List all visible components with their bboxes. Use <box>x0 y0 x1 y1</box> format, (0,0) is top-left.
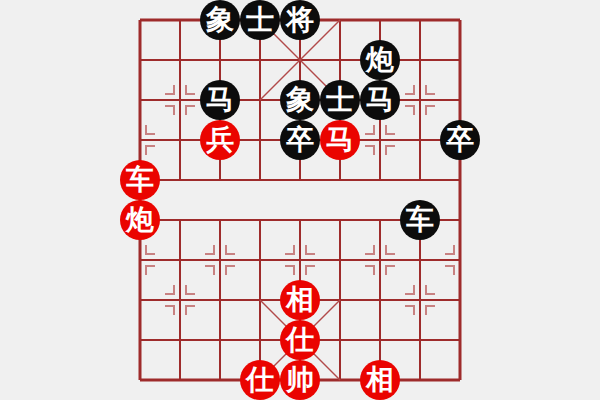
piece-red-elephant[interactable]: 相 <box>360 360 400 400</box>
piece-red-chariot[interactable]: 车 <box>120 160 160 200</box>
piece-red-cannon[interactable]: 炮 <box>120 200 160 240</box>
piece-black-elephant[interactable]: 象 <box>200 0 240 40</box>
piece-black-elephant[interactable]: 象 <box>280 80 320 120</box>
piece-red-general[interactable]: 帅 <box>280 360 320 400</box>
piece-red-advisor[interactable]: 仕 <box>280 320 320 360</box>
piece-red-horse[interactable]: 马 <box>320 120 360 160</box>
piece-black-horse[interactable]: 马 <box>200 80 240 120</box>
piece-red-elephant[interactable]: 相 <box>280 280 320 320</box>
piece-black-cannon[interactable]: 炮 <box>360 40 400 80</box>
piece-red-advisor[interactable]: 仕 <box>240 360 280 400</box>
piece-red-soldier[interactable]: 兵 <box>200 120 240 160</box>
piece-black-advisor[interactable]: 士 <box>240 0 280 40</box>
piece-black-advisor[interactable]: 士 <box>320 80 360 120</box>
piece-black-soldier[interactable]: 卒 <box>440 120 480 160</box>
piece-black-general[interactable]: 将 <box>280 0 320 40</box>
piece-black-soldier[interactable]: 卒 <box>280 120 320 160</box>
piece-black-chariot[interactable]: 车 <box>400 200 440 240</box>
xiangqi-board-stage: 象士将炮马象士马兵卒马卒车炮车相仕仕帅相 <box>0 0 600 400</box>
piece-black-horse[interactable]: 马 <box>360 80 400 120</box>
